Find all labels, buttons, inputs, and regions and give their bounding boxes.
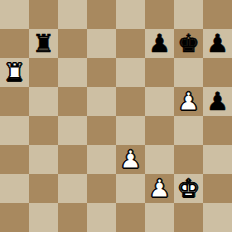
square-e5[interactable] [116,87,145,116]
square-e6[interactable] [116,58,145,87]
white-rook[interactable]: ♜ [3,58,25,87]
black-king[interactable]: ♚ [177,29,199,58]
square-e2[interactable] [116,174,145,203]
square-h3[interactable] [203,145,232,174]
square-f4[interactable] [145,116,174,145]
square-b2[interactable] [29,174,58,203]
black-pawn[interactable]: ♟ [206,87,228,116]
square-c8[interactable] [58,0,87,29]
square-d7[interactable] [87,29,116,58]
square-d1[interactable] [87,203,116,232]
square-b3[interactable] [29,145,58,174]
square-c4[interactable] [58,116,87,145]
square-c2[interactable] [58,174,87,203]
square-a1[interactable] [0,203,29,232]
square-f1[interactable] [145,203,174,232]
black-pawn[interactable]: ♟ [148,29,170,58]
square-f7[interactable]: ♟ [145,29,174,58]
square-e3[interactable]: ♟ [116,145,145,174]
square-d4[interactable] [87,116,116,145]
square-a5[interactable] [0,87,29,116]
square-f6[interactable] [145,58,174,87]
square-c7[interactable] [58,29,87,58]
square-g8[interactable] [174,0,203,29]
square-h5[interactable]: ♟ [203,87,232,116]
square-d6[interactable] [87,58,116,87]
square-b7[interactable]: ♜ [29,29,58,58]
square-c3[interactable] [58,145,87,174]
square-d5[interactable] [87,87,116,116]
square-h7[interactable]: ♟ [203,29,232,58]
square-a8[interactable] [0,0,29,29]
square-e7[interactable] [116,29,145,58]
square-h6[interactable] [203,58,232,87]
square-f2[interactable]: ♟ [145,174,174,203]
square-d3[interactable] [87,145,116,174]
white-pawn[interactable]: ♟ [119,145,141,174]
chess-board: ♜♟♚♟♜♟♟♟♟♚ [0,0,232,232]
square-f8[interactable] [145,0,174,29]
square-h1[interactable] [203,203,232,232]
square-d2[interactable] [87,174,116,203]
square-g1[interactable] [174,203,203,232]
square-b6[interactable] [29,58,58,87]
square-g4[interactable] [174,116,203,145]
white-pawn[interactable]: ♟ [148,174,170,203]
square-h8[interactable] [203,0,232,29]
square-f3[interactable] [145,145,174,174]
square-g3[interactable] [174,145,203,174]
square-h4[interactable] [203,116,232,145]
square-g5[interactable]: ♟ [174,87,203,116]
square-g2[interactable]: ♚ [174,174,203,203]
square-g7[interactable]: ♚ [174,29,203,58]
square-c1[interactable] [58,203,87,232]
square-c6[interactable] [58,58,87,87]
white-king[interactable]: ♚ [177,174,199,203]
square-e1[interactable] [116,203,145,232]
square-e8[interactable] [116,0,145,29]
square-b5[interactable] [29,87,58,116]
square-a4[interactable] [0,116,29,145]
square-g6[interactable] [174,58,203,87]
square-h2[interactable] [203,174,232,203]
square-f5[interactable] [145,87,174,116]
square-b4[interactable] [29,116,58,145]
square-d8[interactable] [87,0,116,29]
square-a7[interactable] [0,29,29,58]
square-a2[interactable] [0,174,29,203]
black-pawn[interactable]: ♟ [206,29,228,58]
square-e4[interactable] [116,116,145,145]
white-pawn[interactable]: ♟ [177,87,199,116]
square-b1[interactable] [29,203,58,232]
square-c5[interactable] [58,87,87,116]
black-rook[interactable]: ♜ [32,29,54,58]
square-a3[interactable] [0,145,29,174]
square-b8[interactable] [29,0,58,29]
square-a6[interactable]: ♜ [0,58,29,87]
